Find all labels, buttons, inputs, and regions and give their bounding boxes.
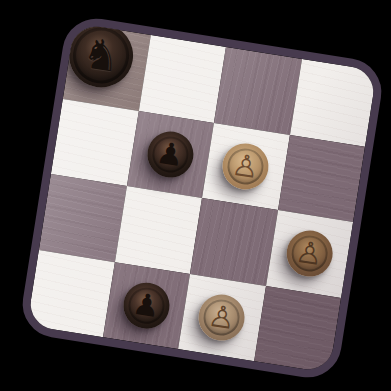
square-r2c4[interactable]: [278, 134, 366, 222]
square-r3c3[interactable]: [190, 198, 278, 286]
square-r4c3[interactable]: ♙: [178, 274, 266, 362]
piece-black-pawn[interactable]: ♟: [120, 279, 173, 332]
white-pawn-glyph: ♙: [294, 237, 325, 271]
square-r1c3[interactable]: [214, 47, 302, 135]
chessboard: ♞ ♟ ♙ ♙ ♟ ♙: [18, 14, 386, 382]
square-r4c1[interactable]: [27, 250, 115, 338]
square-r2c1[interactable]: [51, 99, 139, 187]
square-r4c4[interactable]: [254, 286, 342, 374]
square-r4c2[interactable]: ♟: [103, 262, 191, 350]
square-r2c2[interactable]: ♟: [126, 110, 214, 198]
square-r1c4[interactable]: [290, 59, 378, 147]
piece-white-pawn[interactable]: ♙: [196, 291, 249, 344]
square-r3c2[interactable]: [114, 186, 202, 274]
square-r3c4[interactable]: ♙: [266, 210, 354, 298]
black-pawn-glyph: ♟: [131, 288, 162, 322]
square-r2c3[interactable]: ♙: [202, 122, 290, 210]
square-r1c1[interactable]: ♞: [63, 23, 151, 111]
piece-white-pawn[interactable]: ♙: [219, 140, 272, 193]
piece-black-knight[interactable]: ♞: [65, 19, 138, 92]
black-knight-glyph: ♞: [79, 32, 123, 79]
photo-background: ♞ ♟ ♙ ♙ ♟ ♙: [0, 0, 391, 391]
white-pawn-glyph: ♙: [230, 149, 261, 183]
square-r1c2[interactable]: [138, 35, 226, 123]
piece-black-pawn[interactable]: ♟: [144, 128, 197, 181]
black-pawn-glyph: ♟: [155, 137, 186, 171]
piece-white-pawn[interactable]: ♙: [283, 227, 336, 280]
board-grid: ♞ ♟ ♙ ♙ ♟ ♙: [27, 23, 377, 373]
square-r3c1[interactable]: [39, 174, 127, 262]
white-pawn-glyph: ♙: [206, 300, 237, 334]
